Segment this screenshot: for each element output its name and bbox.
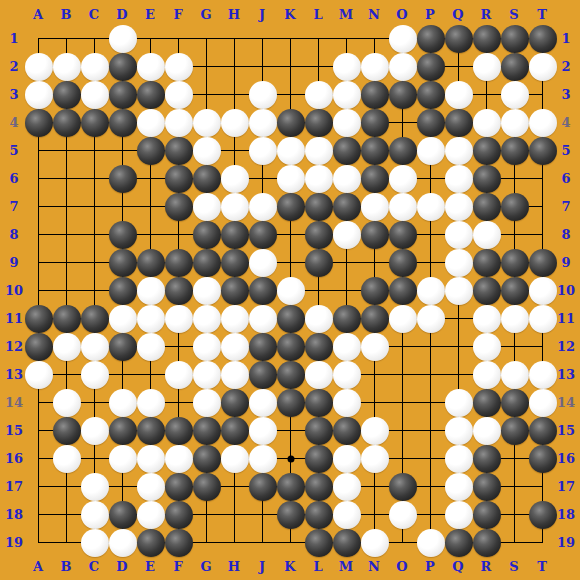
intersection-D9[interactable]: [109, 249, 137, 277]
intersection-G18[interactable]: [193, 501, 221, 529]
intersection-J10[interactable]: [249, 277, 277, 305]
intersection-S10[interactable]: [501, 277, 529, 305]
intersection-K16[interactable]: [277, 445, 305, 473]
intersection-D3[interactable]: [109, 81, 137, 109]
intersection-H18[interactable]: [221, 501, 249, 529]
intersection-K7[interactable]: [277, 193, 305, 221]
intersection-E16[interactable]: [137, 445, 165, 473]
intersection-E8[interactable]: [137, 221, 165, 249]
intersection-D14[interactable]: [109, 389, 137, 417]
intersection-T5[interactable]: [529, 137, 557, 165]
intersection-D1[interactable]: [109, 25, 137, 53]
intersection-E2[interactable]: [137, 53, 165, 81]
intersection-P4[interactable]: [417, 109, 445, 137]
intersection-O11[interactable]: [389, 305, 417, 333]
intersection-Q17[interactable]: [445, 473, 473, 501]
intersection-Q10[interactable]: [445, 277, 473, 305]
intersection-M3[interactable]: [333, 81, 361, 109]
intersection-D19[interactable]: [109, 529, 137, 557]
intersection-J4[interactable]: [249, 109, 277, 137]
intersection-E6[interactable]: [137, 165, 165, 193]
intersection-K8[interactable]: [277, 221, 305, 249]
intersection-T17[interactable]: [529, 473, 557, 501]
intersection-E4[interactable]: [137, 109, 165, 137]
intersection-P8[interactable]: [417, 221, 445, 249]
intersection-M16[interactable]: [333, 445, 361, 473]
intersection-T16[interactable]: [529, 445, 557, 473]
intersection-K15[interactable]: [277, 417, 305, 445]
intersection-N16[interactable]: [361, 445, 389, 473]
intersection-R19[interactable]: [473, 529, 501, 557]
intersection-Q2[interactable]: [445, 53, 473, 81]
intersection-R5[interactable]: [473, 137, 501, 165]
intersection-E9[interactable]: [137, 249, 165, 277]
intersection-C19[interactable]: [81, 529, 109, 557]
intersection-R10[interactable]: [473, 277, 501, 305]
intersection-F14[interactable]: [165, 389, 193, 417]
intersection-K3[interactable]: [277, 81, 305, 109]
intersection-K2[interactable]: [277, 53, 305, 81]
intersection-P5[interactable]: [417, 137, 445, 165]
intersection-G8[interactable]: [193, 221, 221, 249]
intersection-E10[interactable]: [137, 277, 165, 305]
intersection-O14[interactable]: [389, 389, 417, 417]
intersection-B18[interactable]: [53, 501, 81, 529]
intersection-C3[interactable]: [81, 81, 109, 109]
intersection-M15[interactable]: [333, 417, 361, 445]
intersection-B4[interactable]: [53, 109, 81, 137]
intersection-T9[interactable]: [529, 249, 557, 277]
intersection-G7[interactable]: [193, 193, 221, 221]
intersection-B2[interactable]: [53, 53, 81, 81]
intersection-K4[interactable]: [277, 109, 305, 137]
intersection-L3[interactable]: [305, 81, 333, 109]
intersection-T7[interactable]: [529, 193, 557, 221]
intersection-J16[interactable]: [249, 445, 277, 473]
intersection-R3[interactable]: [473, 81, 501, 109]
intersection-B11[interactable]: [53, 305, 81, 333]
intersection-S19[interactable]: [501, 529, 529, 557]
intersection-G14[interactable]: [193, 389, 221, 417]
intersection-S13[interactable]: [501, 361, 529, 389]
intersection-J18[interactable]: [249, 501, 277, 529]
intersection-Q19[interactable]: [445, 529, 473, 557]
intersection-R18[interactable]: [473, 501, 501, 529]
intersection-R12[interactable]: [473, 333, 501, 361]
intersection-J5[interactable]: [249, 137, 277, 165]
intersection-P19[interactable]: [417, 529, 445, 557]
intersection-R8[interactable]: [473, 221, 501, 249]
intersection-G15[interactable]: [193, 417, 221, 445]
intersection-N19[interactable]: [361, 529, 389, 557]
intersection-F3[interactable]: [165, 81, 193, 109]
intersection-R17[interactable]: [473, 473, 501, 501]
intersection-C2[interactable]: [81, 53, 109, 81]
intersection-A12[interactable]: [25, 333, 53, 361]
intersection-M14[interactable]: [333, 389, 361, 417]
intersection-E7[interactable]: [137, 193, 165, 221]
intersection-L9[interactable]: [305, 249, 333, 277]
intersection-C13[interactable]: [81, 361, 109, 389]
intersection-A19[interactable]: [25, 529, 53, 557]
intersection-T4[interactable]: [529, 109, 557, 137]
intersection-N10[interactable]: [361, 277, 389, 305]
intersection-T3[interactable]: [529, 81, 557, 109]
intersection-M10[interactable]: [333, 277, 361, 305]
intersection-F19[interactable]: [165, 529, 193, 557]
intersection-J8[interactable]: [249, 221, 277, 249]
intersection-O15[interactable]: [389, 417, 417, 445]
intersection-J2[interactable]: [249, 53, 277, 81]
intersection-P14[interactable]: [417, 389, 445, 417]
intersection-M8[interactable]: [333, 221, 361, 249]
intersection-H13[interactable]: [221, 361, 249, 389]
intersection-H2[interactable]: [221, 53, 249, 81]
intersection-P11[interactable]: [417, 305, 445, 333]
intersection-M12[interactable]: [333, 333, 361, 361]
intersection-C11[interactable]: [81, 305, 109, 333]
intersection-G6[interactable]: [193, 165, 221, 193]
intersection-Q6[interactable]: [445, 165, 473, 193]
intersection-D4[interactable]: [109, 109, 137, 137]
intersection-K10[interactable]: [277, 277, 305, 305]
intersection-B19[interactable]: [53, 529, 81, 557]
intersection-A17[interactable]: [25, 473, 53, 501]
intersection-A7[interactable]: [25, 193, 53, 221]
intersection-D2[interactable]: [109, 53, 137, 81]
intersection-J19[interactable]: [249, 529, 277, 557]
intersection-M1[interactable]: [333, 25, 361, 53]
intersection-E19[interactable]: [137, 529, 165, 557]
intersection-P13[interactable]: [417, 361, 445, 389]
intersection-S11[interactable]: [501, 305, 529, 333]
intersection-N8[interactable]: [361, 221, 389, 249]
intersection-L2[interactable]: [305, 53, 333, 81]
intersection-P18[interactable]: [417, 501, 445, 529]
intersection-C16[interactable]: [81, 445, 109, 473]
intersection-J15[interactable]: [249, 417, 277, 445]
intersection-Q4[interactable]: [445, 109, 473, 137]
intersection-A9[interactable]: [25, 249, 53, 277]
intersection-O13[interactable]: [389, 361, 417, 389]
intersection-L4[interactable]: [305, 109, 333, 137]
intersection-G1[interactable]: [193, 25, 221, 53]
intersection-D6[interactable]: [109, 165, 137, 193]
intersection-B7[interactable]: [53, 193, 81, 221]
intersection-B3[interactable]: [53, 81, 81, 109]
intersection-S12[interactable]: [501, 333, 529, 361]
intersection-J17[interactable]: [249, 473, 277, 501]
intersection-C15[interactable]: [81, 417, 109, 445]
intersection-L16[interactable]: [305, 445, 333, 473]
intersection-H16[interactable]: [221, 445, 249, 473]
intersection-P16[interactable]: [417, 445, 445, 473]
intersection-F16[interactable]: [165, 445, 193, 473]
intersection-N6[interactable]: [361, 165, 389, 193]
intersection-G9[interactable]: [193, 249, 221, 277]
intersection-S4[interactable]: [501, 109, 529, 137]
intersection-O3[interactable]: [389, 81, 417, 109]
intersection-F13[interactable]: [165, 361, 193, 389]
intersection-T8[interactable]: [529, 221, 557, 249]
intersection-O6[interactable]: [389, 165, 417, 193]
intersection-O12[interactable]: [389, 333, 417, 361]
intersection-Q18[interactable]: [445, 501, 473, 529]
intersection-P3[interactable]: [417, 81, 445, 109]
intersection-F6[interactable]: [165, 165, 193, 193]
intersection-F18[interactable]: [165, 501, 193, 529]
intersection-S5[interactable]: [501, 137, 529, 165]
intersection-T1[interactable]: [529, 25, 557, 53]
intersection-A11[interactable]: [25, 305, 53, 333]
intersection-E18[interactable]: [137, 501, 165, 529]
intersection-B15[interactable]: [53, 417, 81, 445]
intersection-O7[interactable]: [389, 193, 417, 221]
intersection-J11[interactable]: [249, 305, 277, 333]
intersection-F15[interactable]: [165, 417, 193, 445]
intersection-T11[interactable]: [529, 305, 557, 333]
intersection-H1[interactable]: [221, 25, 249, 53]
intersection-B16[interactable]: [53, 445, 81, 473]
intersection-L19[interactable]: [305, 529, 333, 557]
intersection-M7[interactable]: [333, 193, 361, 221]
intersection-L15[interactable]: [305, 417, 333, 445]
intersection-R7[interactable]: [473, 193, 501, 221]
intersection-P15[interactable]: [417, 417, 445, 445]
intersection-J14[interactable]: [249, 389, 277, 417]
intersection-P2[interactable]: [417, 53, 445, 81]
intersection-F5[interactable]: [165, 137, 193, 165]
intersection-T13[interactable]: [529, 361, 557, 389]
intersection-C17[interactable]: [81, 473, 109, 501]
intersection-H19[interactable]: [221, 529, 249, 557]
intersection-P6[interactable]: [417, 165, 445, 193]
intersection-C8[interactable]: [81, 221, 109, 249]
intersection-P12[interactable]: [417, 333, 445, 361]
intersection-K12[interactable]: [277, 333, 305, 361]
intersection-K13[interactable]: [277, 361, 305, 389]
intersection-N5[interactable]: [361, 137, 389, 165]
intersection-H9[interactable]: [221, 249, 249, 277]
intersection-J6[interactable]: [249, 165, 277, 193]
intersection-A13[interactable]: [25, 361, 53, 389]
intersection-T2[interactable]: [529, 53, 557, 81]
intersection-C1[interactable]: [81, 25, 109, 53]
intersection-A4[interactable]: [25, 109, 53, 137]
intersection-J3[interactable]: [249, 81, 277, 109]
intersection-C10[interactable]: [81, 277, 109, 305]
intersection-D10[interactable]: [109, 277, 137, 305]
intersection-R16[interactable]: [473, 445, 501, 473]
intersection-R11[interactable]: [473, 305, 501, 333]
intersection-Q1[interactable]: [445, 25, 473, 53]
intersection-H5[interactable]: [221, 137, 249, 165]
intersection-O1[interactable]: [389, 25, 417, 53]
intersection-E11[interactable]: [137, 305, 165, 333]
intersection-E15[interactable]: [137, 417, 165, 445]
intersection-E13[interactable]: [137, 361, 165, 389]
intersection-C12[interactable]: [81, 333, 109, 361]
intersection-L14[interactable]: [305, 389, 333, 417]
intersection-C9[interactable]: [81, 249, 109, 277]
intersection-Q13[interactable]: [445, 361, 473, 389]
intersection-D12[interactable]: [109, 333, 137, 361]
intersection-F7[interactable]: [165, 193, 193, 221]
intersection-O5[interactable]: [389, 137, 417, 165]
intersection-O10[interactable]: [389, 277, 417, 305]
intersection-D13[interactable]: [109, 361, 137, 389]
intersection-M19[interactable]: [333, 529, 361, 557]
intersection-T14[interactable]: [529, 389, 557, 417]
intersection-D7[interactable]: [109, 193, 137, 221]
intersection-O2[interactable]: [389, 53, 417, 81]
intersection-A18[interactable]: [25, 501, 53, 529]
intersection-F4[interactable]: [165, 109, 193, 137]
intersection-N12[interactable]: [361, 333, 389, 361]
intersection-R13[interactable]: [473, 361, 501, 389]
intersection-R4[interactable]: [473, 109, 501, 137]
intersection-L13[interactable]: [305, 361, 333, 389]
intersection-O19[interactable]: [389, 529, 417, 557]
intersection-E14[interactable]: [137, 389, 165, 417]
intersection-N11[interactable]: [361, 305, 389, 333]
intersection-B5[interactable]: [53, 137, 81, 165]
intersection-H7[interactable]: [221, 193, 249, 221]
intersection-O18[interactable]: [389, 501, 417, 529]
intersection-R15[interactable]: [473, 417, 501, 445]
intersection-D16[interactable]: [109, 445, 137, 473]
intersection-P7[interactable]: [417, 193, 445, 221]
intersection-L11[interactable]: [305, 305, 333, 333]
intersection-S2[interactable]: [501, 53, 529, 81]
intersection-H17[interactable]: [221, 473, 249, 501]
intersection-T6[interactable]: [529, 165, 557, 193]
intersection-O9[interactable]: [389, 249, 417, 277]
intersection-H3[interactable]: [221, 81, 249, 109]
intersection-G2[interactable]: [193, 53, 221, 81]
intersection-B12[interactable]: [53, 333, 81, 361]
intersection-N13[interactable]: [361, 361, 389, 389]
intersection-R9[interactable]: [473, 249, 501, 277]
intersection-Q5[interactable]: [445, 137, 473, 165]
intersection-T15[interactable]: [529, 417, 557, 445]
intersection-K18[interactable]: [277, 501, 305, 529]
intersection-H12[interactable]: [221, 333, 249, 361]
intersection-G13[interactable]: [193, 361, 221, 389]
intersection-S6[interactable]: [501, 165, 529, 193]
intersection-K19[interactable]: [277, 529, 305, 557]
intersection-G17[interactable]: [193, 473, 221, 501]
intersection-L1[interactable]: [305, 25, 333, 53]
intersection-G12[interactable]: [193, 333, 221, 361]
intersection-B10[interactable]: [53, 277, 81, 305]
intersection-L12[interactable]: [305, 333, 333, 361]
intersection-G10[interactable]: [193, 277, 221, 305]
intersection-H6[interactable]: [221, 165, 249, 193]
intersection-G11[interactable]: [193, 305, 221, 333]
intersection-B1[interactable]: [53, 25, 81, 53]
intersection-R2[interactable]: [473, 53, 501, 81]
intersection-R6[interactable]: [473, 165, 501, 193]
intersection-F11[interactable]: [165, 305, 193, 333]
intersection-Q9[interactable]: [445, 249, 473, 277]
intersection-L8[interactable]: [305, 221, 333, 249]
intersection-K1[interactable]: [277, 25, 305, 53]
intersection-N4[interactable]: [361, 109, 389, 137]
intersection-S14[interactable]: [501, 389, 529, 417]
intersection-N3[interactable]: [361, 81, 389, 109]
intersection-F17[interactable]: [165, 473, 193, 501]
intersection-O17[interactable]: [389, 473, 417, 501]
intersection-H4[interactable]: [221, 109, 249, 137]
intersection-T12[interactable]: [529, 333, 557, 361]
intersection-E12[interactable]: [137, 333, 165, 361]
intersection-P1[interactable]: [417, 25, 445, 53]
intersection-J7[interactable]: [249, 193, 277, 221]
intersection-A15[interactable]: [25, 417, 53, 445]
intersection-L17[interactable]: [305, 473, 333, 501]
intersection-E1[interactable]: [137, 25, 165, 53]
intersection-L7[interactable]: [305, 193, 333, 221]
intersection-C4[interactable]: [81, 109, 109, 137]
intersection-E17[interactable]: [137, 473, 165, 501]
intersection-F8[interactable]: [165, 221, 193, 249]
intersection-L6[interactable]: [305, 165, 333, 193]
intersection-Q16[interactable]: [445, 445, 473, 473]
intersection-N7[interactable]: [361, 193, 389, 221]
intersection-D17[interactable]: [109, 473, 137, 501]
intersection-L18[interactable]: [305, 501, 333, 529]
intersection-H11[interactable]: [221, 305, 249, 333]
intersection-P9[interactable]: [417, 249, 445, 277]
intersection-Q15[interactable]: [445, 417, 473, 445]
intersection-C5[interactable]: [81, 137, 109, 165]
intersection-N18[interactable]: [361, 501, 389, 529]
intersection-Q3[interactable]: [445, 81, 473, 109]
intersection-A10[interactable]: [25, 277, 53, 305]
intersection-J12[interactable]: [249, 333, 277, 361]
intersection-G4[interactable]: [193, 109, 221, 137]
intersection-C6[interactable]: [81, 165, 109, 193]
intersection-L5[interactable]: [305, 137, 333, 165]
intersection-D15[interactable]: [109, 417, 137, 445]
intersection-S1[interactable]: [501, 25, 529, 53]
intersection-T19[interactable]: [529, 529, 557, 557]
intersection-A1[interactable]: [25, 25, 53, 53]
intersection-A8[interactable]: [25, 221, 53, 249]
intersection-K5[interactable]: [277, 137, 305, 165]
intersection-J13[interactable]: [249, 361, 277, 389]
intersection-O4[interactable]: [389, 109, 417, 137]
intersection-R1[interactable]: [473, 25, 501, 53]
intersection-G19[interactable]: [193, 529, 221, 557]
intersection-S18[interactable]: [501, 501, 529, 529]
intersection-B13[interactable]: [53, 361, 81, 389]
intersection-M6[interactable]: [333, 165, 361, 193]
intersection-N9[interactable]: [361, 249, 389, 277]
intersection-S8[interactable]: [501, 221, 529, 249]
intersection-D5[interactable]: [109, 137, 137, 165]
intersection-A2[interactable]: [25, 53, 53, 81]
intersection-G16[interactable]: [193, 445, 221, 473]
intersection-E3[interactable]: [137, 81, 165, 109]
intersection-Q7[interactable]: [445, 193, 473, 221]
intersection-L10[interactable]: [305, 277, 333, 305]
intersection-B6[interactable]: [53, 165, 81, 193]
intersection-B9[interactable]: [53, 249, 81, 277]
intersection-D18[interactable]: [109, 501, 137, 529]
intersection-K11[interactable]: [277, 305, 305, 333]
